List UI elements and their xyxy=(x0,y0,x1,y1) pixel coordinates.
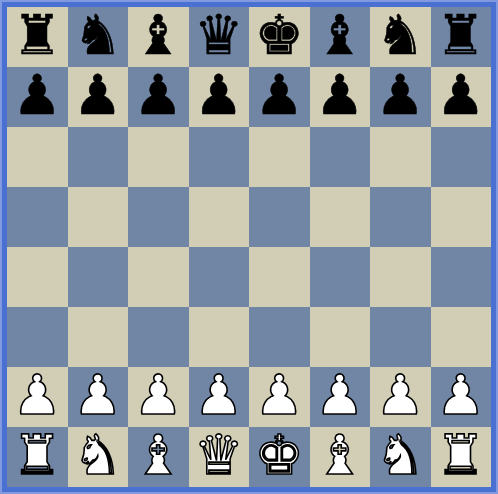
square-c4[interactable] xyxy=(128,247,189,307)
square-b8[interactable]: ♞ xyxy=(68,7,129,67)
square-d5[interactable] xyxy=(189,187,250,247)
square-e7[interactable]: ♟ xyxy=(249,67,310,127)
white-queen[interactable]: ♛ xyxy=(194,428,243,483)
white-knight[interactable]: ♞ xyxy=(376,428,425,483)
square-b5[interactable] xyxy=(68,187,129,247)
black-pawn[interactable]: ♟ xyxy=(13,68,62,123)
white-pawn[interactable]: ♟ xyxy=(436,368,485,423)
square-g7[interactable]: ♟ xyxy=(370,67,431,127)
square-f1[interactable]: ♝ xyxy=(310,427,371,487)
square-h4[interactable] xyxy=(431,247,492,307)
square-h2[interactable]: ♟ xyxy=(431,367,492,427)
square-g5[interactable] xyxy=(370,187,431,247)
white-pawn[interactable]: ♟ xyxy=(13,368,62,423)
black-pawn[interactable]: ♟ xyxy=(73,68,122,123)
square-f5[interactable] xyxy=(310,187,371,247)
square-a7[interactable]: ♟ xyxy=(7,67,68,127)
square-a3[interactable] xyxy=(7,307,68,367)
square-g6[interactable] xyxy=(370,127,431,187)
square-g2[interactable]: ♟ xyxy=(370,367,431,427)
white-pawn[interactable]: ♟ xyxy=(134,368,183,423)
white-bishop[interactable]: ♝ xyxy=(134,428,183,483)
chess-board: ♜♞♝♛♚♝♞♜♟♟♟♟♟♟♟♟♟♟♟♟♟♟♟♟♜♞♝♛♚♝♞♜ xyxy=(7,7,491,487)
black-pawn[interactable]: ♟ xyxy=(376,68,425,123)
square-d6[interactable] xyxy=(189,127,250,187)
square-f3[interactable] xyxy=(310,307,371,367)
board-frame-outer: ♜♞♝♛♚♝♞♜♟♟♟♟♟♟♟♟♟♟♟♟♟♟♟♟♜♞♝♛♚♝♞♜ xyxy=(0,0,498,494)
square-c6[interactable] xyxy=(128,127,189,187)
black-king[interactable]: ♚ xyxy=(255,8,304,63)
square-g8[interactable]: ♞ xyxy=(370,7,431,67)
black-knight[interactable]: ♞ xyxy=(376,8,425,63)
black-pawn[interactable]: ♟ xyxy=(436,68,485,123)
white-pawn[interactable]: ♟ xyxy=(376,368,425,423)
square-c1[interactable]: ♝ xyxy=(128,427,189,487)
square-d7[interactable]: ♟ xyxy=(189,67,250,127)
square-c8[interactable]: ♝ xyxy=(128,7,189,67)
square-e1[interactable]: ♚ xyxy=(249,427,310,487)
square-g1[interactable]: ♞ xyxy=(370,427,431,487)
black-pawn[interactable]: ♟ xyxy=(255,68,304,123)
square-e3[interactable] xyxy=(249,307,310,367)
square-a1[interactable]: ♜ xyxy=(7,427,68,487)
square-b2[interactable]: ♟ xyxy=(68,367,129,427)
black-bishop[interactable]: ♝ xyxy=(134,8,183,63)
white-pawn[interactable]: ♟ xyxy=(315,368,364,423)
square-h6[interactable] xyxy=(431,127,492,187)
square-h5[interactable] xyxy=(431,187,492,247)
square-d3[interactable] xyxy=(189,307,250,367)
white-pawn[interactable]: ♟ xyxy=(255,368,304,423)
square-e6[interactable] xyxy=(249,127,310,187)
white-rook[interactable]: ♜ xyxy=(13,428,62,483)
square-a6[interactable] xyxy=(7,127,68,187)
black-pawn[interactable]: ♟ xyxy=(134,68,183,123)
black-rook[interactable]: ♜ xyxy=(13,8,62,63)
square-c7[interactable]: ♟ xyxy=(128,67,189,127)
white-pawn[interactable]: ♟ xyxy=(194,368,243,423)
square-e4[interactable] xyxy=(249,247,310,307)
square-a5[interactable] xyxy=(7,187,68,247)
white-bishop[interactable]: ♝ xyxy=(315,428,364,483)
square-f6[interactable] xyxy=(310,127,371,187)
black-bishop[interactable]: ♝ xyxy=(315,8,364,63)
square-c5[interactable] xyxy=(128,187,189,247)
square-g4[interactable] xyxy=(370,247,431,307)
square-f2[interactable]: ♟ xyxy=(310,367,371,427)
board-frame: ♜♞♝♛♚♝♞♜♟♟♟♟♟♟♟♟♟♟♟♟♟♟♟♟♜♞♝♛♚♝♞♜ xyxy=(2,2,496,492)
square-h3[interactable] xyxy=(431,307,492,367)
black-queen[interactable]: ♛ xyxy=(194,8,243,63)
square-a2[interactable]: ♟ xyxy=(7,367,68,427)
square-d1[interactable]: ♛ xyxy=(189,427,250,487)
black-knight[interactable]: ♞ xyxy=(73,8,122,63)
square-e5[interactable] xyxy=(249,187,310,247)
square-b4[interactable] xyxy=(68,247,129,307)
square-b7[interactable]: ♟ xyxy=(68,67,129,127)
square-g3[interactable] xyxy=(370,307,431,367)
square-f4[interactable] xyxy=(310,247,371,307)
square-h7[interactable]: ♟ xyxy=(431,67,492,127)
square-b6[interactable] xyxy=(68,127,129,187)
square-e2[interactable]: ♟ xyxy=(249,367,310,427)
white-knight[interactable]: ♞ xyxy=(73,428,122,483)
square-d8[interactable]: ♛ xyxy=(189,7,250,67)
square-f7[interactable]: ♟ xyxy=(310,67,371,127)
square-h1[interactable]: ♜ xyxy=(431,427,492,487)
square-b1[interactable]: ♞ xyxy=(68,427,129,487)
square-f8[interactable]: ♝ xyxy=(310,7,371,67)
square-d4[interactable] xyxy=(189,247,250,307)
square-h8[interactable]: ♜ xyxy=(431,7,492,67)
black-pawn[interactable]: ♟ xyxy=(315,68,364,123)
square-b3[interactable] xyxy=(68,307,129,367)
white-king[interactable]: ♚ xyxy=(255,428,304,483)
square-e8[interactable]: ♚ xyxy=(249,7,310,67)
square-c3[interactable] xyxy=(128,307,189,367)
black-pawn[interactable]: ♟ xyxy=(194,68,243,123)
square-a8[interactable]: ♜ xyxy=(7,7,68,67)
square-c2[interactable]: ♟ xyxy=(128,367,189,427)
black-rook[interactable]: ♜ xyxy=(436,8,485,63)
white-rook[interactable]: ♜ xyxy=(436,428,485,483)
square-d2[interactable]: ♟ xyxy=(189,367,250,427)
square-a4[interactable] xyxy=(7,247,68,307)
white-pawn[interactable]: ♟ xyxy=(73,368,122,423)
